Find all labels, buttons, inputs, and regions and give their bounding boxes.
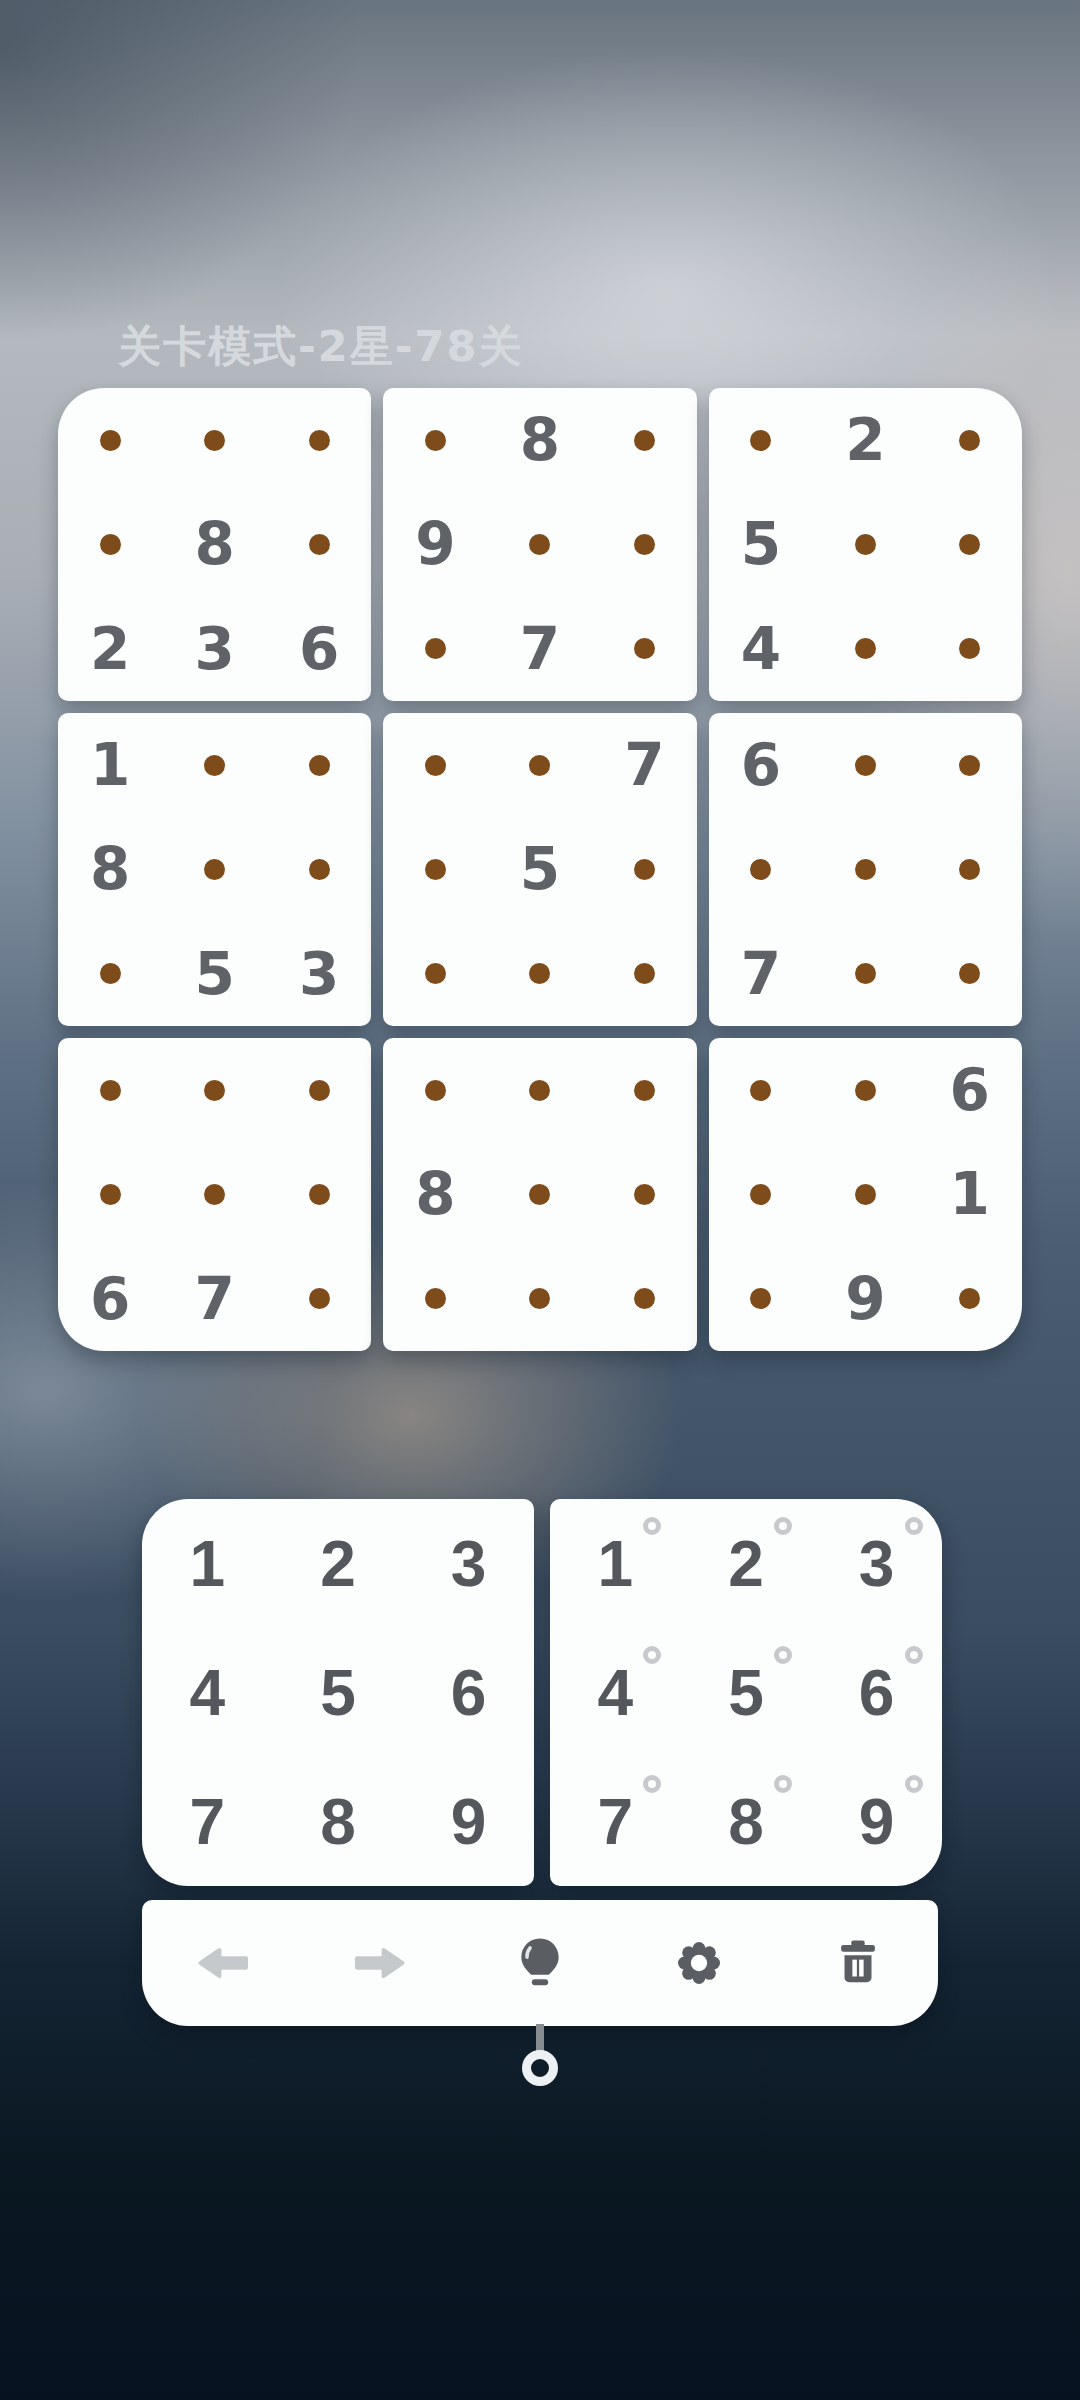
given-number: 5 <box>520 840 560 898</box>
empty-cell-dot <box>100 963 121 984</box>
cell-r4c7[interactable]: 6 <box>709 713 813 817</box>
cell-r8c7[interactable] <box>709 1142 813 1246</box>
cell-r8c5[interactable] <box>488 1142 592 1246</box>
empty-cell-dot <box>634 534 655 555</box>
pad-8-button[interactable]: 8 <box>273 1757 404 1886</box>
hint-button[interactable] <box>505 1928 575 1998</box>
board-block-1-3: 254 <box>709 388 1022 701</box>
empty-cell-dot <box>425 755 446 776</box>
empty-cell-dot <box>959 755 980 776</box>
empty-cell-dot <box>855 534 876 555</box>
pad-7-button[interactable]: 7 <box>142 1757 273 1886</box>
cell-r3c9[interactable] <box>918 597 1022 701</box>
empty-cell-dot <box>100 430 121 451</box>
pad-digit: 4 <box>598 1661 634 1725</box>
cell-r9c6[interactable] <box>592 1247 696 1351</box>
cell-r7c3[interactable] <box>267 1038 371 1142</box>
cell-r7c8[interactable] <box>813 1038 917 1142</box>
empty-cell-dot <box>634 1080 655 1101</box>
cell-r5c6[interactable] <box>592 817 696 921</box>
pad-digit: 8 <box>728 1790 764 1854</box>
cell-r5c1[interactable]: 8 <box>58 817 162 921</box>
cell-r7c9[interactable]: 6 <box>918 1038 1022 1142</box>
cell-r7c2[interactable] <box>162 1038 266 1142</box>
empty-cell-dot <box>425 1288 446 1309</box>
given-number: 8 <box>520 411 560 469</box>
cell-r6c6[interactable] <box>592 922 696 1026</box>
empty-cell-dot <box>425 430 446 451</box>
cell-r4c2[interactable] <box>162 713 266 817</box>
pad-4-button[interactable]: 4 <box>142 1628 273 1757</box>
drawer-handle[interactable] <box>522 2050 558 2086</box>
empty-cell-dot <box>855 963 876 984</box>
given-number: 1 <box>90 736 130 794</box>
cell-r9c8[interactable]: 9 <box>813 1247 917 1351</box>
note-pad-3-button[interactable]: 3 <box>811 1499 942 1628</box>
given-number: 9 <box>415 515 455 573</box>
empty-cell-dot <box>959 638 980 659</box>
empty-cell-dot <box>100 1080 121 1101</box>
pad-digit: 7 <box>598 1790 634 1854</box>
cell-r1c2[interactable] <box>162 388 266 492</box>
cell-r2c7[interactable]: 5 <box>709 492 813 596</box>
cell-r3c6[interactable] <box>592 597 696 701</box>
cell-r8c2[interactable] <box>162 1142 266 1246</box>
cell-r3c3[interactable]: 6 <box>267 597 371 701</box>
cell-r2c4[interactable]: 9 <box>383 492 487 596</box>
toolbar <box>142 1900 938 2026</box>
empty-cell-dot <box>634 1288 655 1309</box>
pad-digit: 2 <box>320 1532 356 1596</box>
pad-digit: 5 <box>728 1661 764 1725</box>
empty-cell-dot <box>750 1184 771 1205</box>
cell-r7c5[interactable] <box>488 1038 592 1142</box>
board-block-1-2: 897 <box>383 388 696 701</box>
cell-r5c2[interactable] <box>162 817 266 921</box>
cell-r5c3[interactable] <box>267 817 371 921</box>
cell-r3c8[interactable] <box>813 597 917 701</box>
cell-r7c7[interactable] <box>709 1038 813 1142</box>
cell-r6c2[interactable]: 5 <box>162 922 266 1026</box>
lightbulb-icon <box>512 1935 568 1991</box>
empty-cell-dot <box>634 430 655 451</box>
cell-r5c9[interactable] <box>918 817 1022 921</box>
empty-cell-dot <box>750 859 771 880</box>
cell-r1c9[interactable] <box>918 388 1022 492</box>
empty-cell-dot <box>100 1184 121 1205</box>
empty-cell-dot <box>855 1184 876 1205</box>
empty-cell-dot <box>855 1080 876 1101</box>
cell-r5c8[interactable] <box>813 817 917 921</box>
empty-cell-dot <box>634 859 655 880</box>
empty-cell-dot <box>750 1288 771 1309</box>
board-block-2-2: 75 <box>383 713 696 1026</box>
empty-cell-dot <box>529 534 550 555</box>
note-pad-6-button[interactable]: 6 <box>811 1628 942 1757</box>
note-ring-icon <box>774 1517 792 1535</box>
pad-digit: 3 <box>451 1532 487 1596</box>
empty-cell-dot <box>959 1288 980 1309</box>
given-number: 6 <box>950 1061 990 1119</box>
empty-cell-dot <box>204 1184 225 1205</box>
cell-r6c7[interactable]: 7 <box>709 922 813 1026</box>
cell-r4c3[interactable] <box>267 713 371 817</box>
cell-r1c7[interactable] <box>709 388 813 492</box>
empty-cell-dot <box>634 638 655 659</box>
note-pad-2-button[interactable]: 2 <box>681 1499 812 1628</box>
empty-cell-dot <box>529 1080 550 1101</box>
note-pad-5-button[interactable]: 5 <box>681 1628 812 1757</box>
pad-9-button[interactable]: 9 <box>403 1757 534 1886</box>
pad-2-button[interactable]: 2 <box>273 1499 404 1628</box>
empty-cell-dot <box>309 755 330 776</box>
empty-cell-dot <box>425 963 446 984</box>
empty-cell-dot <box>204 859 225 880</box>
cell-r9c7[interactable] <box>709 1247 813 1351</box>
cell-r5c5[interactable]: 5 <box>488 817 592 921</box>
given-number: 8 <box>194 515 234 573</box>
empty-cell-dot <box>100 534 121 555</box>
empty-cell-dot <box>309 1184 330 1205</box>
empty-cell-dot <box>634 963 655 984</box>
pad-digit: 2 <box>728 1532 764 1596</box>
note-ring-icon <box>905 1775 923 1793</box>
given-number: 5 <box>194 945 234 1003</box>
cell-r9c5[interactable] <box>488 1247 592 1351</box>
empty-cell-dot <box>529 963 550 984</box>
undo-button[interactable] <box>187 1928 257 1998</box>
cell-r2c1[interactable] <box>58 492 162 596</box>
cell-r6c1[interactable] <box>58 922 162 1026</box>
pad-digit: 4 <box>190 1661 226 1725</box>
pad-digit: 7 <box>190 1790 226 1854</box>
board-block-2-1: 1853 <box>58 713 371 1026</box>
note-ring-icon <box>643 1775 661 1793</box>
given-number: 1 <box>950 1165 990 1223</box>
cell-r3c7[interactable]: 4 <box>709 597 813 701</box>
cell-r8c4[interactable]: 8 <box>383 1142 487 1246</box>
erase-button[interactable] <box>823 1928 893 1998</box>
pad-digit: 3 <box>859 1532 895 1596</box>
note-pad-7-button[interactable]: 7 <box>550 1757 681 1886</box>
cell-r6c9[interactable] <box>918 922 1022 1026</box>
note-ring-icon <box>643 1517 661 1535</box>
pad-digit: 5 <box>320 1661 356 1725</box>
empty-cell-dot <box>750 1080 771 1101</box>
cell-r4c5[interactable] <box>488 713 592 817</box>
app-background: { "game": "sudoku", "header": { "title":… <box>0 0 1080 2400</box>
right-arrow-icon <box>352 1943 410 1983</box>
given-number: 8 <box>415 1165 455 1223</box>
given-number: 7 <box>520 620 560 678</box>
cell-r3c4[interactable] <box>383 597 487 701</box>
cell-r2c3[interactable] <box>267 492 371 596</box>
empty-cell-dot <box>529 1288 550 1309</box>
cell-r9c3[interactable] <box>267 1247 371 1351</box>
gear-icon <box>671 1935 727 1991</box>
cell-r2c2[interactable]: 8 <box>162 492 266 596</box>
empty-cell-dot <box>309 1080 330 1101</box>
empty-cell-dot <box>425 1080 446 1101</box>
empty-cell-dot <box>309 859 330 880</box>
given-number: 7 <box>624 736 664 794</box>
given-number: 6 <box>299 620 339 678</box>
empty-cell-dot <box>204 430 225 451</box>
cell-r8c6[interactable] <box>592 1142 696 1246</box>
cell-r8c1[interactable] <box>58 1142 162 1246</box>
pad-digit: 1 <box>190 1532 226 1596</box>
empty-cell-dot <box>309 430 330 451</box>
cell-r3c5[interactable]: 7 <box>488 597 592 701</box>
empty-cell-dot <box>634 1184 655 1205</box>
cell-r9c2[interactable]: 7 <box>162 1247 266 1351</box>
cell-r7c4[interactable] <box>383 1038 487 1142</box>
given-number: 6 <box>90 1270 130 1328</box>
note-pad-9-button[interactable]: 9 <box>811 1757 942 1886</box>
empty-cell-dot <box>425 638 446 659</box>
empty-cell-dot <box>309 1288 330 1309</box>
cell-r6c3[interactable]: 3 <box>267 922 371 1026</box>
empty-cell-dot <box>309 534 330 555</box>
given-number: 6 <box>741 736 781 794</box>
board-block-3-1: 67 <box>58 1038 371 1351</box>
cell-r4c6[interactable]: 7 <box>592 713 696 817</box>
given-number: 4 <box>741 620 781 678</box>
pad-5-button[interactable]: 5 <box>273 1628 404 1757</box>
pad-digit: 6 <box>859 1661 895 1725</box>
given-number: 8 <box>90 840 130 898</box>
note-ring-icon <box>905 1517 923 1535</box>
given-number: 7 <box>741 945 781 1003</box>
cell-r9c1[interactable]: 6 <box>58 1247 162 1351</box>
cell-r9c9[interactable] <box>918 1247 1022 1351</box>
note-pad-4-button[interactable]: 4 <box>550 1628 681 1757</box>
empty-cell-dot <box>959 963 980 984</box>
given-number: 2 <box>90 620 130 678</box>
empty-cell-dot <box>750 430 771 451</box>
note-pad-1-button[interactable]: 1 <box>550 1499 681 1628</box>
cell-r1c1[interactable] <box>58 388 162 492</box>
cell-r1c4[interactable] <box>383 388 487 492</box>
cell-r7c1[interactable] <box>58 1038 162 1142</box>
trash-icon <box>831 1936 885 1990</box>
cell-r8c8[interactable] <box>813 1142 917 1246</box>
empty-cell-dot <box>855 859 876 880</box>
cell-r2c9[interactable] <box>918 492 1022 596</box>
left-arrow-icon <box>193 1943 251 1983</box>
empty-cell-dot <box>529 1184 550 1205</box>
pad-3-button[interactable]: 3 <box>403 1499 534 1628</box>
pad-digit: 8 <box>320 1790 356 1854</box>
board-block-2-3: 67 <box>709 713 1022 1026</box>
cell-r5c4[interactable] <box>383 817 487 921</box>
numpad-normal: 123456789 <box>142 1499 534 1886</box>
cell-r1c6[interactable] <box>592 388 696 492</box>
empty-cell-dot <box>959 534 980 555</box>
settings-button[interactable] <box>664 1928 734 1998</box>
pad-1-button[interactable]: 1 <box>142 1499 273 1628</box>
given-number: 3 <box>299 945 339 1003</box>
cell-r2c6[interactable] <box>592 492 696 596</box>
cell-r4c1[interactable]: 1 <box>58 713 162 817</box>
cell-r1c8[interactable]: 2 <box>813 388 917 492</box>
board-block-1-1: 8236 <box>58 388 371 701</box>
note-pad-8-button[interactable]: 8 <box>681 1757 812 1886</box>
cell-r8c3[interactable] <box>267 1142 371 1246</box>
given-number: 3 <box>194 620 234 678</box>
given-number: 5 <box>741 515 781 573</box>
note-ring-icon <box>774 1775 792 1793</box>
cell-r4c8[interactable] <box>813 713 917 817</box>
empty-cell-dot <box>855 755 876 776</box>
cell-r2c5[interactable] <box>488 492 592 596</box>
cell-r1c5[interactable]: 8 <box>488 388 592 492</box>
given-number: 2 <box>845 411 885 469</box>
pad-digit: 6 <box>451 1661 487 1725</box>
given-number: 7 <box>194 1270 234 1328</box>
cell-r4c9[interactable] <box>918 713 1022 817</box>
note-ring-icon <box>643 1646 661 1664</box>
numpad-notes: 123456789 <box>550 1499 942 1886</box>
pad-digit: 9 <box>859 1790 895 1854</box>
cell-r6c5[interactable] <box>488 922 592 1026</box>
note-ring-icon <box>774 1646 792 1664</box>
empty-cell-dot <box>959 430 980 451</box>
empty-cell-dot <box>425 859 446 880</box>
empty-cell-dot <box>959 859 980 880</box>
cell-r7c6[interactable] <box>592 1038 696 1142</box>
cell-r2c8[interactable] <box>813 492 917 596</box>
cell-r6c4[interactable] <box>383 922 487 1026</box>
empty-cell-dot <box>204 1080 225 1101</box>
cell-r3c2[interactable]: 3 <box>162 597 266 701</box>
redo-button[interactable] <box>346 1928 416 1998</box>
pad-6-button[interactable]: 6 <box>403 1628 534 1757</box>
pad-digit: 1 <box>598 1532 634 1596</box>
cell-r3c1[interactable]: 2 <box>58 597 162 701</box>
pad-digit: 9 <box>451 1790 487 1854</box>
cell-r4c4[interactable] <box>383 713 487 817</box>
empty-cell-dot <box>855 638 876 659</box>
cell-r1c3[interactable] <box>267 388 371 492</box>
cell-r9c4[interactable] <box>383 1247 487 1351</box>
note-ring-icon <box>905 1646 923 1664</box>
empty-cell-dot <box>204 755 225 776</box>
cell-r8c9[interactable]: 1 <box>918 1142 1022 1246</box>
sudoku-board: 823689725418537567678619 <box>58 388 1022 1351</box>
board-block-3-3: 619 <box>709 1038 1022 1351</box>
cell-r6c8[interactable] <box>813 922 917 1026</box>
cell-r5c7[interactable] <box>709 817 813 921</box>
level-title: 关卡模式-2星-78关 <box>118 318 523 376</box>
given-number: 9 <box>845 1270 885 1328</box>
board-block-3-2: 8 <box>383 1038 696 1351</box>
empty-cell-dot <box>529 755 550 776</box>
